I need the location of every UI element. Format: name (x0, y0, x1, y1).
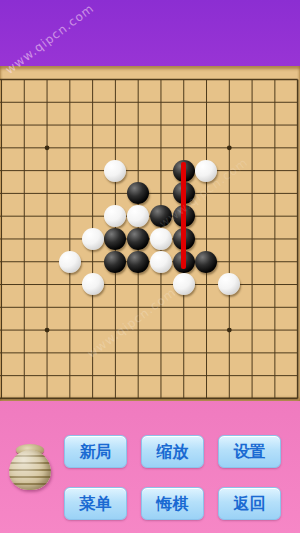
stone-white (82, 228, 104, 250)
gomoku-board[interactable]: www.qipcn.com www.qipcn.com (0, 66, 300, 401)
stone-white (173, 273, 195, 295)
back-button[interactable]: 返回 (218, 487, 281, 520)
stone-black (127, 228, 149, 250)
stone-white (59, 251, 81, 273)
stone-bowl-icon[interactable] (9, 442, 51, 492)
stone-white (104, 160, 126, 182)
new-game-button[interactable]: 新局 (64, 435, 127, 468)
stone-white (195, 160, 217, 182)
stone-white (82, 273, 104, 295)
stone-black (195, 251, 217, 273)
stone-white (150, 228, 172, 250)
app-screen: www.qipcn.com www.qipcn.com www.qipcn.co… (0, 0, 300, 533)
stone-black (127, 182, 149, 204)
settings-button[interactable]: 设置 (218, 435, 281, 468)
stone-white (104, 205, 126, 227)
stone-black (104, 228, 126, 250)
menu-button[interactable]: 菜单 (64, 487, 127, 520)
stone-black (150, 205, 172, 227)
control-bar: 新局 缩放 设置 菜单 悔棋 返回 (0, 401, 300, 533)
zoom-button[interactable]: 缩放 (141, 435, 204, 468)
stone-white (127, 205, 149, 227)
win-line (181, 162, 186, 269)
stones-layer (0, 68, 300, 409)
bowl-body (9, 450, 51, 490)
stone-black (104, 251, 126, 273)
stone-white (150, 251, 172, 273)
stone-black (127, 251, 149, 273)
undo-button[interactable]: 悔棋 (141, 487, 204, 520)
stone-white (218, 273, 240, 295)
